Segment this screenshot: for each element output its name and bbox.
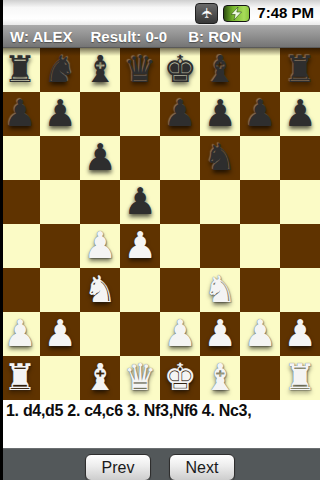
piece-black-bishop: ♝ (83, 48, 116, 92)
square-h1[interactable]: ♜ (280, 356, 320, 400)
piece-white-rook: ♜ (283, 356, 316, 400)
square-d8[interactable]: ♛ (120, 48, 160, 92)
battery-charging-icon (223, 5, 250, 22)
piece-black-pawn: ♟ (283, 92, 316, 136)
piece-white-pawn: ♟ (3, 312, 36, 356)
square-g1[interactable] (240, 356, 280, 400)
square-e2[interactable]: ♟ (160, 312, 200, 356)
square-f6[interactable]: ♞ (200, 136, 240, 180)
square-a4[interactable] (0, 224, 40, 268)
square-c1[interactable]: ♝ (80, 356, 120, 400)
square-a6[interactable] (0, 136, 40, 180)
piece-white-queen: ♛ (123, 356, 156, 400)
square-d3[interactable] (120, 268, 160, 312)
square-d2[interactable] (120, 312, 160, 356)
square-f7[interactable]: ♟ (200, 92, 240, 136)
piece-black-pawn: ♟ (123, 180, 156, 224)
square-d5[interactable]: ♟ (120, 180, 160, 224)
square-d6[interactable] (120, 136, 160, 180)
square-f4[interactable] (200, 224, 240, 268)
square-h4[interactable] (280, 224, 320, 268)
next-button[interactable]: Next (169, 454, 235, 480)
lightning-bolt-icon (231, 7, 242, 20)
square-b3[interactable] (40, 268, 80, 312)
piece-white-knight: ♞ (83, 268, 116, 312)
square-e3[interactable] (160, 268, 200, 312)
piece-white-bishop: ♝ (203, 356, 236, 400)
square-b6[interactable] (40, 136, 80, 180)
square-e8[interactable]: ♚ (160, 48, 200, 92)
piece-black-knight: ♞ (43, 48, 76, 92)
square-f5[interactable] (200, 180, 240, 224)
piece-black-pawn: ♟ (43, 92, 76, 136)
square-e4[interactable] (160, 224, 200, 268)
piece-black-knight: ♞ (203, 136, 236, 180)
square-g8[interactable] (240, 48, 280, 92)
square-d1[interactable]: ♛ (120, 356, 160, 400)
piece-white-rook: ♜ (3, 356, 36, 400)
airplane-mode-icon: ✈ (195, 3, 218, 24)
square-g5[interactable] (240, 180, 280, 224)
piece-black-pawn: ♟ (203, 92, 236, 136)
status-time: 7:48 PM (257, 4, 314, 21)
square-c6[interactable]: ♟ (80, 136, 120, 180)
square-e1[interactable]: ♚ (160, 356, 200, 400)
square-e5[interactable] (160, 180, 200, 224)
square-e7[interactable]: ♟ (160, 92, 200, 136)
square-b8[interactable]: ♞ (40, 48, 80, 92)
navigation-bar: Prev Next (0, 448, 320, 480)
square-g7[interactable]: ♟ (240, 92, 280, 136)
piece-black-bishop: ♝ (203, 48, 236, 92)
square-g4[interactable] (240, 224, 280, 268)
square-h3[interactable] (280, 268, 320, 312)
square-g6[interactable] (240, 136, 280, 180)
white-player-label: W: ALEX (10, 28, 73, 45)
black-player-label: B: RON (188, 28, 241, 45)
square-f1[interactable]: ♝ (200, 356, 240, 400)
piece-black-pawn: ♟ (163, 92, 196, 136)
square-c7[interactable] (80, 92, 120, 136)
square-c4[interactable]: ♟ (80, 224, 120, 268)
square-a3[interactable] (0, 268, 40, 312)
square-d4[interactable]: ♟ (120, 224, 160, 268)
piece-black-king: ♚ (163, 48, 196, 92)
prev-button[interactable]: Prev (85, 454, 151, 480)
piece-black-queen: ♛ (123, 48, 156, 92)
square-c3[interactable]: ♞ (80, 268, 120, 312)
square-b7[interactable]: ♟ (40, 92, 80, 136)
square-g3[interactable] (240, 268, 280, 312)
piece-white-knight: ♞ (203, 268, 236, 312)
piece-black-pawn: ♟ (3, 92, 36, 136)
square-f3[interactable]: ♞ (200, 268, 240, 312)
square-d7[interactable] (120, 92, 160, 136)
square-a1[interactable]: ♜ (0, 356, 40, 400)
square-a5[interactable] (0, 180, 40, 224)
square-h8[interactable]: ♜ (280, 48, 320, 92)
piece-white-pawn: ♟ (123, 224, 156, 268)
square-e6[interactable] (160, 136, 200, 180)
screen-left-edge (0, 0, 3, 480)
square-h7[interactable]: ♟ (280, 92, 320, 136)
square-a8[interactable]: ♜ (0, 48, 40, 92)
square-b5[interactable] (40, 180, 80, 224)
square-h2[interactable]: ♟ (280, 312, 320, 356)
square-h5[interactable] (280, 180, 320, 224)
square-h6[interactable] (280, 136, 320, 180)
piece-black-rook: ♜ (3, 48, 36, 92)
square-c8[interactable]: ♝ (80, 48, 120, 92)
square-g2[interactable]: ♟ (240, 312, 280, 356)
piece-white-pawn: ♟ (203, 312, 236, 356)
square-a7[interactable]: ♟ (0, 92, 40, 136)
piece-white-pawn: ♟ (163, 312, 196, 356)
status-bar: ✈ 7:48 PM (0, 0, 320, 25)
square-f2[interactable]: ♟ (200, 312, 240, 356)
square-b4[interactable] (40, 224, 80, 268)
square-c5[interactable] (80, 180, 120, 224)
piece-white-pawn: ♟ (43, 312, 76, 356)
chess-board: ♜♞♝♛♚♝♜♟♟♟♟♟♟♟♞♟♟♟♞♞♟♟♟♟♟♟♜♝♛♚♝♜ (0, 48, 320, 400)
piece-white-king: ♚ (163, 356, 196, 400)
piece-white-bishop: ♝ (83, 356, 116, 400)
piece-black-pawn: ♟ (243, 92, 276, 136)
game-info-bar: W: ALEX Result: 0-0 B: RON (0, 25, 320, 48)
phone-screen: ✈ 7:48 PM W: ALEX Result: 0-0 B: RON ♜♞♝… (0, 0, 320, 480)
piece-black-pawn: ♟ (83, 136, 116, 180)
square-b1[interactable] (40, 356, 80, 400)
square-b2[interactable]: ♟ (40, 312, 80, 356)
result-label: Result: 0-0 (91, 28, 168, 45)
square-a2[interactable]: ♟ (0, 312, 40, 356)
square-c2[interactable] (80, 312, 120, 356)
move-list: 1. d4,d5 2. c4,c6 3. Nf3,Nf6 4. Nc3, (0, 400, 320, 448)
square-f8[interactable]: ♝ (200, 48, 240, 92)
move-list-text: 1. d4,d5 2. c4,c6 3. Nf3,Nf6 4. Nc3, (6, 402, 320, 420)
piece-white-pawn: ♟ (243, 312, 276, 356)
piece-white-pawn: ♟ (283, 312, 316, 356)
piece-black-rook: ♜ (283, 48, 316, 92)
piece-white-pawn: ♟ (83, 224, 116, 268)
